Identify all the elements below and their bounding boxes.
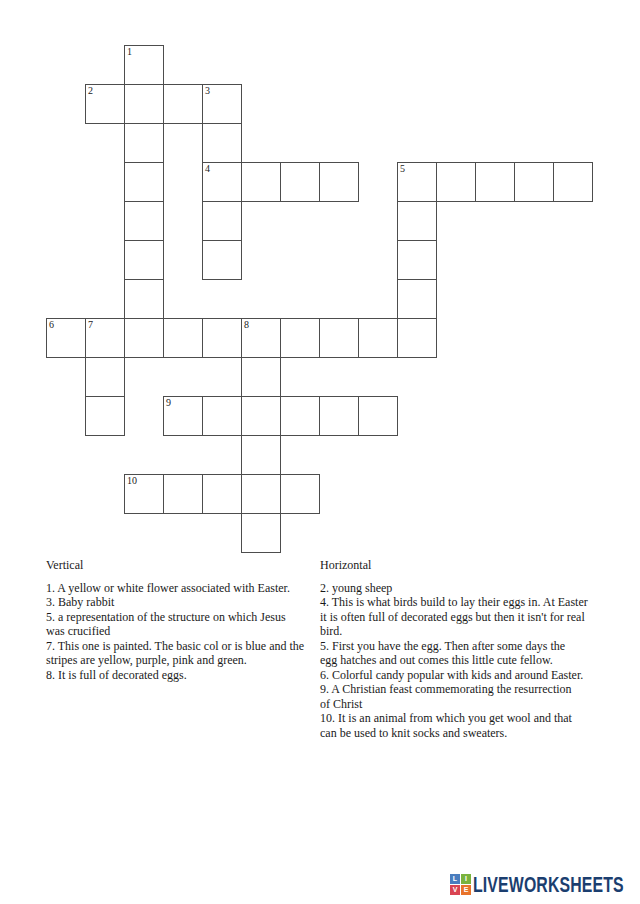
clue-item: 2. young sheep bbox=[320, 581, 632, 595]
grid-cell[interactable] bbox=[202, 240, 242, 280]
grid-cell[interactable]: 5 bbox=[397, 162, 437, 202]
grid-cell[interactable] bbox=[202, 474, 242, 514]
grid-cell[interactable] bbox=[124, 201, 164, 241]
grid-cell[interactable] bbox=[319, 396, 359, 436]
grid-cell[interactable] bbox=[124, 279, 164, 319]
horizontal-clue-list: 2. young sheep4. This is what birds buil… bbox=[320, 581, 632, 740]
grid-cell[interactable]: 6 bbox=[46, 318, 86, 358]
grid-cell[interactable] bbox=[280, 474, 320, 514]
grid-cell[interactable]: 7 bbox=[85, 318, 125, 358]
grid-cell[interactable] bbox=[124, 240, 164, 280]
grid-cell[interactable] bbox=[280, 162, 320, 202]
grid-cell[interactable] bbox=[553, 162, 593, 202]
cell-number: 9 bbox=[166, 397, 171, 409]
cell-number: 8 bbox=[244, 319, 249, 331]
cell-number: 1 bbox=[127, 46, 132, 58]
clue-item: 9. A Christian feast commemorating the r… bbox=[320, 682, 632, 711]
grid-cell[interactable] bbox=[397, 240, 437, 280]
vertical-clue-list: 1. A yellow or white flower associated w… bbox=[46, 581, 358, 682]
grid-cell[interactable] bbox=[319, 162, 359, 202]
worksheet-page: 12345678910 Vertical 1. A yellow or whit… bbox=[0, 0, 640, 904]
vertical-clues-section: Vertical 1. A yellow or white flower ass… bbox=[46, 558, 358, 682]
grid-cell[interactable]: 3 bbox=[202, 84, 242, 124]
grid-cell[interactable]: 9 bbox=[163, 396, 203, 436]
grid-cell[interactable] bbox=[475, 162, 515, 202]
grid-cell[interactable] bbox=[436, 162, 476, 202]
grid-cell[interactable] bbox=[202, 318, 242, 358]
clue-item: 5. First you have the egg. Then after so… bbox=[320, 639, 632, 668]
grid-cell[interactable] bbox=[241, 513, 281, 553]
grid-cell[interactable] bbox=[202, 201, 242, 241]
clue-item: 4. This is what birds build to lay their… bbox=[320, 595, 632, 638]
clue-item: 1. A yellow or white flower associated w… bbox=[46, 581, 358, 595]
logo-tile-e: E bbox=[461, 885, 471, 895]
grid-cell[interactable]: 8 bbox=[241, 318, 281, 358]
cell-number: 3 bbox=[205, 85, 210, 97]
grid-cell[interactable] bbox=[124, 318, 164, 358]
grid-cell[interactable] bbox=[85, 357, 125, 397]
grid-cell[interactable] bbox=[358, 318, 398, 358]
grid-cell[interactable] bbox=[124, 84, 164, 124]
grid-cell[interactable] bbox=[280, 318, 320, 358]
liveworksheets-icon: LIVE bbox=[450, 874, 471, 895]
cell-number: 2 bbox=[88, 85, 93, 97]
liveworksheets-logo[interactable]: LIVE LIVEWORKSHEETS bbox=[450, 873, 640, 895]
cell-number: 6 bbox=[49, 319, 54, 331]
clue-item: 10. It is an animal from which you get w… bbox=[320, 711, 632, 740]
grid-cell[interactable] bbox=[397, 279, 437, 319]
horizontal-clues-section: Horizontal 2. young sheep4. This is what… bbox=[320, 558, 632, 740]
grid-cell[interactable] bbox=[163, 84, 203, 124]
grid-cell[interactable] bbox=[163, 318, 203, 358]
grid-cell[interactable] bbox=[202, 396, 242, 436]
logo-tile-l: L bbox=[450, 874, 460, 884]
grid-cell[interactable] bbox=[280, 396, 320, 436]
grid-cell[interactable] bbox=[241, 162, 281, 202]
grid-cell[interactable] bbox=[241, 396, 281, 436]
grid-cell[interactable] bbox=[358, 396, 398, 436]
vertical-clues-heading: Vertical bbox=[46, 558, 358, 572]
crossword-grid: 12345678910 bbox=[46, 45, 594, 554]
grid-cell[interactable] bbox=[241, 435, 281, 475]
grid-cell[interactable] bbox=[241, 357, 281, 397]
clue-item: 3. Baby rabbit bbox=[46, 595, 358, 609]
grid-cell[interactable] bbox=[241, 474, 281, 514]
clue-item: 7. This one is painted. The basic col or… bbox=[46, 639, 358, 668]
grid-cell[interactable]: 2 bbox=[85, 84, 125, 124]
grid-cell[interactable]: 4 bbox=[202, 162, 242, 202]
grid-cell[interactable] bbox=[124, 123, 164, 163]
clue-item: 6. Colorful candy popular with kids and … bbox=[320, 668, 632, 682]
cell-number: 7 bbox=[88, 319, 93, 331]
brand-text: LIVEWORKSHEETS bbox=[473, 874, 624, 895]
grid-cell[interactable] bbox=[397, 318, 437, 358]
grid-cell[interactable] bbox=[85, 396, 125, 436]
grid-cell[interactable] bbox=[319, 318, 359, 358]
horizontal-clues-heading: Horizontal bbox=[320, 558, 632, 572]
grid-cell[interactable] bbox=[163, 474, 203, 514]
cell-number: 10 bbox=[127, 475, 137, 487]
grid-cell[interactable] bbox=[124, 162, 164, 202]
grid-cell[interactable]: 1 bbox=[124, 45, 164, 85]
logo-tile-v: V bbox=[450, 885, 460, 895]
grid-cell[interactable]: 10 bbox=[124, 474, 164, 514]
grid-cell[interactable] bbox=[202, 123, 242, 163]
clue-item: 8. It is full of decorated eggs. bbox=[46, 668, 358, 682]
cell-number: 4 bbox=[205, 163, 210, 175]
grid-cell[interactable] bbox=[514, 162, 554, 202]
clue-item: 5. a representation of the structure on … bbox=[46, 610, 358, 639]
logo-tile-i: I bbox=[461, 874, 471, 884]
grid-cell[interactable] bbox=[397, 201, 437, 241]
cell-number: 5 bbox=[400, 163, 405, 175]
